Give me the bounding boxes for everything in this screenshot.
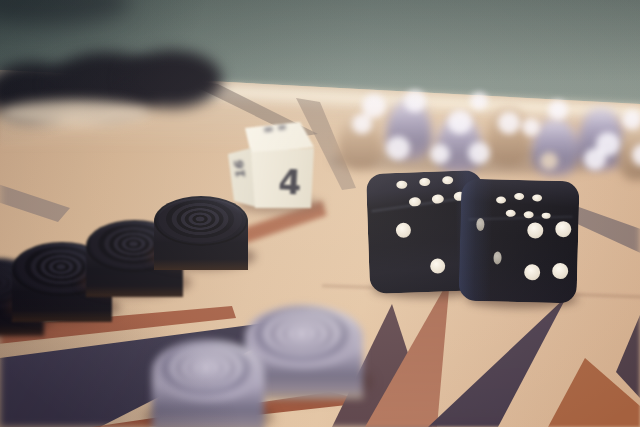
pip (524, 211, 534, 218)
die-right (458, 178, 579, 303)
pip (506, 210, 516, 217)
cube-value-4: 4 (267, 155, 314, 209)
metal-checker-foreground (152, 340, 264, 427)
black-checker (154, 196, 248, 284)
cube-value-16: 16 (226, 155, 252, 183)
cube-top-mark (264, 126, 274, 132)
pip (514, 193, 524, 200)
cube-top-mark (278, 124, 287, 130)
checker-top (152, 340, 264, 402)
checker-top (154, 196, 248, 246)
pip (542, 213, 551, 219)
backgammon-photo-scene: 16 4 (0, 0, 640, 427)
pip (532, 194, 542, 201)
pip (496, 196, 506, 203)
